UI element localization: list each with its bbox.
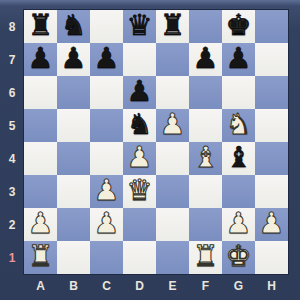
- square-c1[interactable]: [90, 241, 123, 274]
- file-label-b: B: [57, 274, 90, 298]
- piece-white-knight[interactable]: ♞: [226, 108, 252, 141]
- square-e1[interactable]: [156, 241, 189, 274]
- square-a7[interactable]: ♟: [24, 43, 57, 76]
- piece-white-queen[interactable]: ♛: [127, 174, 153, 207]
- piece-black-bishop[interactable]: ♝: [226, 141, 252, 174]
- chessboard: ♜♞♛♜♚♟♟♟♟♟♟♞♟♞♟♝♝♟♛♟♟♟♟♜♜♚: [24, 10, 288, 274]
- square-d7[interactable]: [123, 43, 156, 76]
- piece-black-knight[interactable]: ♞: [61, 9, 87, 42]
- file-label-f: F: [189, 274, 222, 298]
- square-b7[interactable]: ♟: [57, 43, 90, 76]
- file-label-g: G: [222, 274, 255, 298]
- square-h8[interactable]: [255, 10, 288, 43]
- square-b3[interactable]: [57, 175, 90, 208]
- square-b8[interactable]: ♞: [57, 10, 90, 43]
- square-a8[interactable]: ♜: [24, 10, 57, 43]
- file-label-h: H: [255, 274, 288, 298]
- square-b4[interactable]: [57, 142, 90, 175]
- rank-label-5: 5: [0, 109, 24, 142]
- square-b1[interactable]: [57, 241, 90, 274]
- square-b2[interactable]: [57, 208, 90, 241]
- square-c7[interactable]: ♟: [90, 43, 123, 76]
- square-d6[interactable]: ♟: [123, 76, 156, 109]
- piece-white-pawn[interactable]: ♟: [28, 207, 54, 240]
- square-f3[interactable]: [189, 175, 222, 208]
- square-c6[interactable]: [90, 76, 123, 109]
- piece-white-rook[interactable]: ♜: [193, 240, 219, 273]
- square-f5[interactable]: [189, 109, 222, 142]
- square-e3[interactable]: [156, 175, 189, 208]
- rank-labels: 87654321: [0, 10, 24, 274]
- square-g3[interactable]: [222, 175, 255, 208]
- square-e7[interactable]: [156, 43, 189, 76]
- piece-white-rook[interactable]: ♜: [28, 240, 54, 273]
- square-d4[interactable]: ♟: [123, 142, 156, 175]
- rank-label-6: 6: [0, 76, 24, 109]
- piece-black-pawn[interactable]: ♟: [127, 75, 153, 108]
- piece-white-pawn[interactable]: ♟: [259, 207, 285, 240]
- square-c8[interactable]: [90, 10, 123, 43]
- square-e5[interactable]: ♟: [156, 109, 189, 142]
- square-e4[interactable]: [156, 142, 189, 175]
- square-c5[interactable]: [90, 109, 123, 142]
- square-g2[interactable]: ♟: [222, 208, 255, 241]
- square-a4[interactable]: [24, 142, 57, 175]
- piece-black-pawn[interactable]: ♟: [61, 42, 87, 75]
- rank-label-4: 4: [0, 142, 24, 175]
- square-g4[interactable]: ♝: [222, 142, 255, 175]
- piece-black-king[interactable]: ♚: [226, 9, 252, 42]
- square-f1[interactable]: ♜: [189, 241, 222, 274]
- piece-white-king[interactable]: ♚: [226, 240, 252, 273]
- square-g7[interactable]: ♟: [222, 43, 255, 76]
- square-h1[interactable]: [255, 241, 288, 274]
- piece-black-pawn[interactable]: ♟: [28, 42, 54, 75]
- piece-white-pawn[interactable]: ♟: [94, 174, 120, 207]
- square-c2[interactable]: ♟: [90, 208, 123, 241]
- square-g5[interactable]: ♞: [222, 109, 255, 142]
- square-g8[interactable]: ♚: [222, 10, 255, 43]
- square-e2[interactable]: [156, 208, 189, 241]
- square-d3[interactable]: ♛: [123, 175, 156, 208]
- square-f7[interactable]: ♟: [189, 43, 222, 76]
- chessboard-frame: 87654321 ♜♞♛♜♚♟♟♟♟♟♟♞♟♞♟♝♝♟♛♟♟♟♟♜♜♚ ABCD…: [0, 0, 300, 300]
- piece-black-rook[interactable]: ♜: [28, 9, 54, 42]
- piece-black-rook[interactable]: ♜: [160, 9, 186, 42]
- square-h6[interactable]: [255, 76, 288, 109]
- square-h2[interactable]: ♟: [255, 208, 288, 241]
- square-a5[interactable]: [24, 109, 57, 142]
- rank-label-7: 7: [0, 43, 24, 76]
- square-d2[interactable]: [123, 208, 156, 241]
- piece-black-knight[interactable]: ♞: [127, 108, 153, 141]
- square-c3[interactable]: ♟: [90, 175, 123, 208]
- square-b5[interactable]: [57, 109, 90, 142]
- piece-black-pawn[interactable]: ♟: [193, 42, 219, 75]
- square-h4[interactable]: [255, 142, 288, 175]
- file-labels: ABCDEFGH: [24, 274, 288, 298]
- square-d5[interactable]: ♞: [123, 109, 156, 142]
- rank-label-2: 2: [0, 208, 24, 241]
- square-f8[interactable]: [189, 10, 222, 43]
- square-h5[interactable]: [255, 109, 288, 142]
- piece-black-pawn[interactable]: ♟: [94, 42, 120, 75]
- file-label-e: E: [156, 274, 189, 298]
- piece-white-pawn[interactable]: ♟: [160, 108, 186, 141]
- square-g1[interactable]: ♚: [222, 241, 255, 274]
- square-d1[interactable]: [123, 241, 156, 274]
- piece-white-pawn[interactable]: ♟: [127, 141, 153, 174]
- square-h3[interactable]: [255, 175, 288, 208]
- square-f6[interactable]: [189, 76, 222, 109]
- square-e6[interactable]: [156, 76, 189, 109]
- rank-label-8: 8: [0, 10, 24, 43]
- square-g6[interactable]: [222, 76, 255, 109]
- square-c4[interactable]: [90, 142, 123, 175]
- piece-white-bishop[interactable]: ♝: [193, 141, 219, 174]
- file-label-d: D: [123, 274, 156, 298]
- square-a3[interactable]: [24, 175, 57, 208]
- square-d8[interactable]: ♛: [123, 10, 156, 43]
- square-f2[interactable]: [189, 208, 222, 241]
- square-a2[interactable]: ♟: [24, 208, 57, 241]
- rank-label-1: 1: [0, 241, 24, 274]
- piece-black-queen[interactable]: ♛: [127, 9, 153, 42]
- piece-white-pawn[interactable]: ♟: [226, 207, 252, 240]
- square-h7[interactable]: [255, 43, 288, 76]
- square-f4[interactable]: ♝: [189, 142, 222, 175]
- square-b6[interactable]: [57, 76, 90, 109]
- rank-label-3: 3: [0, 175, 24, 208]
- file-label-c: C: [90, 274, 123, 298]
- piece-white-pawn[interactable]: ♟: [94, 207, 120, 240]
- square-e8[interactable]: ♜: [156, 10, 189, 43]
- piece-black-pawn[interactable]: ♟: [226, 42, 252, 75]
- file-label-a: A: [24, 274, 57, 298]
- square-a1[interactable]: ♜: [24, 241, 57, 274]
- square-a6[interactable]: [24, 76, 57, 109]
